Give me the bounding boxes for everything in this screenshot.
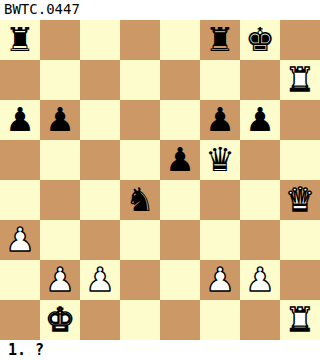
square-c5[interactable] — [80, 140, 120, 180]
square-b7[interactable] — [40, 60, 80, 100]
square-c3[interactable] — [80, 220, 120, 260]
square-a7[interactable] — [0, 60, 40, 100]
black-pawn-a6: ♟ — [0, 100, 40, 140]
square-d8[interactable] — [120, 20, 160, 60]
square-e1[interactable] — [160, 300, 200, 340]
square-f2[interactable]: ♟ — [200, 260, 240, 300]
square-e5[interactable]: ♟ — [160, 140, 200, 180]
square-c2[interactable]: ♟ — [80, 260, 120, 300]
square-a1[interactable] — [0, 300, 40, 340]
square-g2[interactable]: ♟ — [240, 260, 280, 300]
white-pawn-a3: ♟ — [0, 220, 40, 260]
black-pawn-g6: ♟ — [240, 100, 280, 140]
square-b3[interactable] — [40, 220, 80, 260]
white-pawn-c2: ♟ — [80, 260, 120, 300]
square-d7[interactable] — [120, 60, 160, 100]
chess-diagram-window: BWTC.0447 ♜♜♚♜♟♟♟♟♟♛♞♛♟♟♟♟♟♚♜ 1. ? — [0, 0, 320, 360]
square-b6[interactable]: ♟ — [40, 100, 80, 140]
square-g5[interactable] — [240, 140, 280, 180]
move-prompt: 1. ? — [0, 340, 320, 360]
square-g1[interactable] — [240, 300, 280, 340]
black-queen-f5: ♛ — [200, 140, 240, 180]
square-a4[interactable] — [0, 180, 40, 220]
square-c4[interactable] — [80, 180, 120, 220]
square-e8[interactable] — [160, 20, 200, 60]
square-c6[interactable] — [80, 100, 120, 140]
black-rook-f8: ♜ — [200, 20, 240, 60]
square-f1[interactable] — [200, 300, 240, 340]
square-f6[interactable]: ♟ — [200, 100, 240, 140]
white-pawn-f2: ♟ — [200, 260, 240, 300]
square-a3[interactable]: ♟ — [0, 220, 40, 260]
black-knight-d4: ♞ — [120, 180, 160, 220]
square-d2[interactable] — [120, 260, 160, 300]
square-a2[interactable] — [0, 260, 40, 300]
square-a6[interactable]: ♟ — [0, 100, 40, 140]
square-h2[interactable] — [280, 260, 320, 300]
square-c8[interactable] — [80, 20, 120, 60]
square-h1[interactable]: ♜ — [280, 300, 320, 340]
square-f3[interactable] — [200, 220, 240, 260]
black-pawn-f6: ♟ — [200, 100, 240, 140]
square-c1[interactable] — [80, 300, 120, 340]
square-b1[interactable]: ♚ — [40, 300, 80, 340]
square-g6[interactable]: ♟ — [240, 100, 280, 140]
square-e6[interactable] — [160, 100, 200, 140]
square-g8[interactable]: ♚ — [240, 20, 280, 60]
square-f4[interactable] — [200, 180, 240, 220]
square-d3[interactable] — [120, 220, 160, 260]
square-h5[interactable] — [280, 140, 320, 180]
square-a8[interactable]: ♜ — [0, 20, 40, 60]
diagram-title: BWTC.0447 — [0, 0, 320, 20]
square-h8[interactable] — [280, 20, 320, 60]
square-g7[interactable] — [240, 60, 280, 100]
square-e3[interactable] — [160, 220, 200, 260]
square-d5[interactable] — [120, 140, 160, 180]
square-b8[interactable] — [40, 20, 80, 60]
white-pawn-g2: ♟ — [240, 260, 280, 300]
square-h3[interactable] — [280, 220, 320, 260]
square-f5[interactable]: ♛ — [200, 140, 240, 180]
square-b2[interactable]: ♟ — [40, 260, 80, 300]
square-h6[interactable] — [280, 100, 320, 140]
square-h4[interactable]: ♛ — [280, 180, 320, 220]
white-king-b1: ♚ — [40, 300, 80, 340]
square-g3[interactable] — [240, 220, 280, 260]
square-a5[interactable] — [0, 140, 40, 180]
black-pawn-e5: ♟ — [160, 140, 200, 180]
square-b5[interactable] — [40, 140, 80, 180]
square-d1[interactable] — [120, 300, 160, 340]
black-king-g8: ♚ — [240, 20, 280, 60]
square-e4[interactable] — [160, 180, 200, 220]
chess-board: ♜♜♚♜♟♟♟♟♟♛♞♛♟♟♟♟♟♚♜ — [0, 20, 320, 340]
white-pawn-b2: ♟ — [40, 260, 80, 300]
white-queen-h4: ♛ — [280, 180, 320, 220]
square-g4[interactable] — [240, 180, 280, 220]
black-pawn-b6: ♟ — [40, 100, 80, 140]
white-rook-h7: ♜ — [280, 60, 320, 100]
black-rook-a8: ♜ — [0, 20, 40, 60]
square-d6[interactable] — [120, 100, 160, 140]
square-h7[interactable]: ♜ — [280, 60, 320, 100]
white-rook-h1: ♜ — [280, 300, 320, 340]
square-e7[interactable] — [160, 60, 200, 100]
square-f7[interactable] — [200, 60, 240, 100]
square-b4[interactable] — [40, 180, 80, 220]
square-c7[interactable] — [80, 60, 120, 100]
square-e2[interactable] — [160, 260, 200, 300]
square-d4[interactable]: ♞ — [120, 180, 160, 220]
square-f8[interactable]: ♜ — [200, 20, 240, 60]
